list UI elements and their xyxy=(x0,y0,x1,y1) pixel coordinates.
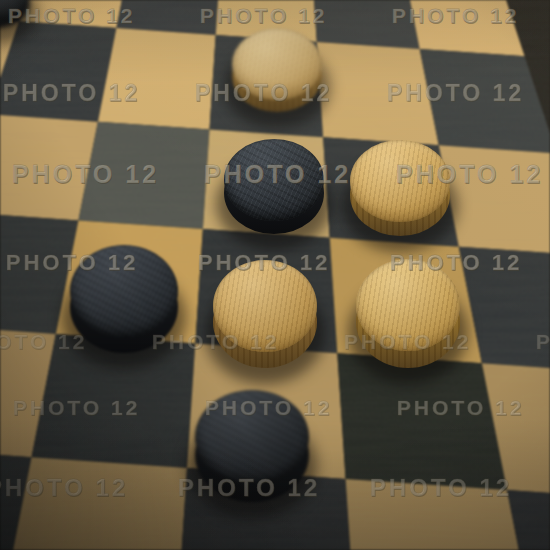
piece-face xyxy=(213,260,317,352)
checkers-board-photo: PHOTO 12PHOTO 12PHOTO 12PHOTO 12PHOTO 12… xyxy=(0,0,550,550)
piece-face xyxy=(350,140,450,222)
piece-face xyxy=(195,390,309,484)
checker-piece-light[interactable] xyxy=(356,259,460,368)
checker-piece-dark[interactable] xyxy=(70,245,178,353)
piece-face xyxy=(356,259,460,351)
checker-piece-light[interactable] xyxy=(350,140,450,236)
checker-piece-light[interactable] xyxy=(232,28,322,112)
checker-piece-dark[interactable] xyxy=(224,139,324,234)
piece-face xyxy=(70,245,178,337)
checker-piece-light[interactable] xyxy=(213,260,317,368)
piece-face xyxy=(232,28,322,100)
checker-piece-dark[interactable] xyxy=(195,390,309,502)
checker-piece-dark[interactable] xyxy=(0,0,30,28)
piece-face xyxy=(224,139,324,221)
